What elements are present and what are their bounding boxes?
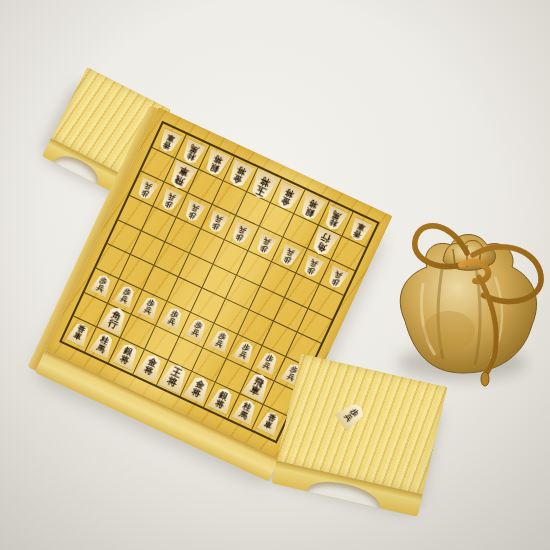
shogi-piece-pawn[interactable]: 歩兵 [157,188,182,214]
shogi-piece-pawn[interactable]: 歩兵 [232,338,257,364]
shogi-piece-pawn[interactable]: 歩兵 [229,221,254,247]
shogi-piece-pawn[interactable]: 歩兵 [161,305,186,331]
shogi-piece-pawn[interactable]: 歩兵 [113,283,138,309]
shogi-piece-pawn[interactable]: 歩兵 [134,177,159,203]
gold-piece-pouch [383,203,550,398]
shogi-piece-pawn[interactable]: 歩兵 [137,294,162,320]
shogi-piece-pawn[interactable]: 歩兵 [252,232,277,258]
shogi-piece-lance[interactable]: 香車 [256,408,283,436]
shogi-piece-pawn[interactable]: 歩兵 [205,210,230,236]
shogi-piece-pawn[interactable]: 歩兵 [181,199,206,225]
shogi-piece-pawn[interactable]: 歩兵 [89,272,114,298]
cord-tip [481,372,489,386]
shogi-piece-pawn[interactable]: 歩兵 [208,327,233,353]
komadai-arch-cutout [303,476,383,517]
shogi-piece-pawn[interactable]: 歩兵 [300,254,325,280]
shogi-piece-pawn[interactable]: 歩兵 [184,316,209,342]
shogi-piece-pawn[interactable]: 歩兵 [276,243,301,269]
shogi-piece-pawn[interactable]: 歩兵 [256,349,281,375]
shogi-piece-pawn[interactable]: 歩兵 [324,265,349,291]
product-photo-scene: 香車桂馬銀将金将玉将金将銀将桂馬香車飛車角行歩兵歩兵歩兵歩兵歩兵歩兵歩兵歩兵歩兵… [0,0,550,550]
